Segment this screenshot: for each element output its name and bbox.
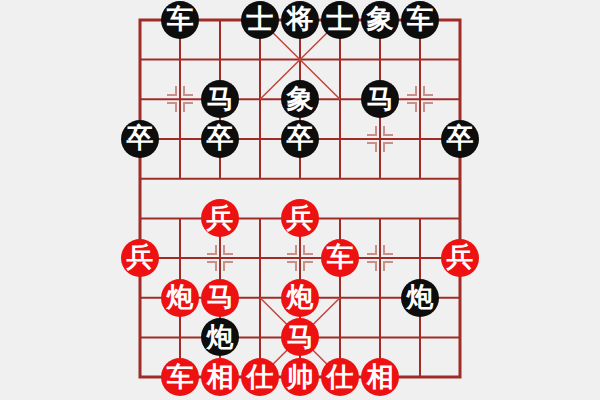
point-marker-icon (367, 245, 393, 271)
piece-black-soldier[interactable]: 卒 (121, 120, 159, 158)
piece-grid: 车士将士象车马象马卒卒卒卒兵兵兵车兵炮马炮炮炮马车相仕帅仕相 (120, 0, 480, 397)
point-marker-icon (407, 86, 433, 112)
piece-black-soldier[interactable]: 卒 (281, 120, 319, 158)
piece-red-horse[interactable]: 马 (201, 279, 239, 317)
piece-red-soldier[interactable]: 兵 (201, 199, 239, 237)
piece-black-chariot[interactable]: 车 (161, 1, 199, 39)
point-marker-icon (207, 245, 233, 271)
point-marker (207, 245, 233, 271)
piece-red-horse[interactable]: 马 (281, 318, 319, 356)
piece-red-king[interactable]: 帅 (281, 358, 319, 396)
point-marker (367, 245, 393, 271)
piece-black-advisor[interactable]: 士 (241, 1, 279, 39)
piece-black-soldier[interactable]: 卒 (201, 120, 239, 158)
piece-black-horse[interactable]: 马 (361, 80, 399, 118)
piece-red-chariot[interactable]: 车 (321, 239, 359, 277)
piece-black-elephant[interactable]: 象 (361, 1, 399, 39)
xiangqi-board: 车士将士象车马象马卒卒卒卒兵兵兵车兵炮马炮炮炮马车相仕帅仕相 (0, 0, 600, 400)
point-marker-icon (167, 86, 193, 112)
piece-black-horse[interactable]: 马 (201, 80, 239, 118)
point-marker (167, 86, 193, 112)
piece-red-soldier[interactable]: 兵 (281, 199, 319, 237)
piece-red-elephant[interactable]: 相 (201, 358, 239, 396)
piece-red-chariot[interactable]: 车 (161, 358, 199, 396)
piece-black-advisor[interactable]: 士 (321, 1, 359, 39)
piece-black-cannon[interactable]: 炮 (201, 318, 239, 356)
point-marker (287, 245, 313, 271)
point-marker-icon (287, 245, 313, 271)
piece-black-soldier[interactable]: 卒 (441, 120, 479, 158)
piece-black-general[interactable]: 将 (281, 1, 319, 39)
point-marker (367, 126, 393, 152)
piece-red-soldier[interactable]: 兵 (121, 239, 159, 277)
piece-red-advisor[interactable]: 仕 (241, 358, 279, 396)
piece-red-cannon[interactable]: 炮 (161, 279, 199, 317)
piece-red-elephant[interactable]: 相 (361, 358, 399, 396)
piece-red-cannon[interactable]: 炮 (281, 279, 319, 317)
piece-black-cannon[interactable]: 炮 (401, 279, 439, 317)
piece-black-chariot[interactable]: 车 (401, 1, 439, 39)
point-marker-icon (367, 126, 393, 152)
piece-red-advisor[interactable]: 仕 (321, 358, 359, 396)
point-marker (407, 86, 433, 112)
piece-red-soldier[interactable]: 兵 (441, 239, 479, 277)
piece-black-elephant[interactable]: 象 (281, 80, 319, 118)
